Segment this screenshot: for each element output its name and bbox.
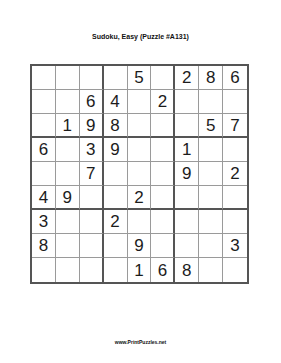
cell-r2c6[interactable]: 2 [151,90,175,114]
cell-r9c4[interactable] [104,258,128,282]
cell-r3c4[interactable]: 8 [104,114,128,138]
cell-r2c8[interactable] [199,90,223,114]
cell-r3c9[interactable]: 7 [223,114,247,138]
cell-r2c2[interactable] [56,90,80,114]
cell-r8c8[interactable] [199,234,223,258]
cell-r6c4[interactable] [104,186,128,210]
cell-r7c2[interactable] [56,210,80,234]
cell-r8c6[interactable] [151,234,175,258]
cell-r6c1[interactable]: 4 [32,186,56,210]
cell-r7c9[interactable] [223,210,247,234]
cell-r4c3[interactable]: 3 [80,138,104,162]
cell-r4c1[interactable]: 6 [32,138,56,162]
cell-r6c9[interactable] [223,186,247,210]
cell-r3c2[interactable]: 1 [56,114,80,138]
cell-r7c3[interactable] [80,210,104,234]
cell-r5c3[interactable]: 7 [80,162,104,186]
cell-r1c8[interactable]: 8 [199,66,223,90]
cell-r2c1[interactable] [32,90,56,114]
cell-r5c7[interactable]: 9 [175,162,199,186]
cell-r9c1[interactable] [32,258,56,282]
cell-r1c5[interactable]: 5 [128,66,152,90]
puzzle-page: Sudoku, Easy (Puzzle #A131) 528664219857… [0,0,281,363]
cell-r4c5[interactable] [128,138,152,162]
cell-r1c7[interactable]: 2 [175,66,199,90]
cell-r8c4[interactable] [104,234,128,258]
sudoku-board: 528664219857639179249232893168 [30,64,249,284]
cell-r5c5[interactable] [128,162,152,186]
cell-r8c1[interactable]: 8 [32,234,56,258]
footer-url: www.PrintPuzzles.net [0,339,281,346]
cell-r5c6[interactable] [151,162,175,186]
cell-r2c4[interactable]: 4 [104,90,128,114]
cell-r1c4[interactable] [104,66,128,90]
cell-r4c6[interactable] [151,138,175,162]
cell-r1c1[interactable] [32,66,56,90]
cell-r6c3[interactable] [80,186,104,210]
cell-r9c7[interactable]: 8 [175,258,199,282]
cell-r3c6[interactable] [151,114,175,138]
cell-r4c4[interactable]: 9 [104,138,128,162]
cell-r8c2[interactable] [56,234,80,258]
cell-r4c8[interactable] [199,138,223,162]
cell-r7c4[interactable]: 2 [104,210,128,234]
cell-r7c8[interactable] [199,210,223,234]
cell-r3c8[interactable]: 5 [199,114,223,138]
cell-r8c9[interactable]: 3 [223,234,247,258]
cell-r9c8[interactable] [199,258,223,282]
cell-r5c8[interactable] [199,162,223,186]
cell-r5c4[interactable] [104,162,128,186]
puzzle-title: Sudoku, Easy (Puzzle #A131) [0,32,281,41]
cell-r9c5[interactable]: 1 [128,258,152,282]
cell-r4c7[interactable]: 1 [175,138,199,162]
cell-r6c2[interactable]: 9 [56,186,80,210]
cell-r5c1[interactable] [32,162,56,186]
cell-r8c3[interactable] [80,234,104,258]
cell-r6c5[interactable]: 2 [128,186,152,210]
cell-r3c7[interactable] [175,114,199,138]
cell-r1c2[interactable] [56,66,80,90]
cell-r8c7[interactable] [175,234,199,258]
cell-r2c9[interactable] [223,90,247,114]
cell-r2c3[interactable]: 6 [80,90,104,114]
cell-r9c6[interactable]: 6 [151,258,175,282]
cell-r5c9[interactable]: 2 [223,162,247,186]
cell-r2c5[interactable] [128,90,152,114]
cell-r2c7[interactable] [175,90,199,114]
cell-r5c2[interactable] [56,162,80,186]
cell-r6c7[interactable] [175,186,199,210]
cell-r9c9[interactable] [223,258,247,282]
cell-r6c8[interactable] [199,186,223,210]
cell-r1c6[interactable] [151,66,175,90]
cell-r9c3[interactable] [80,258,104,282]
cell-r3c1[interactable] [32,114,56,138]
cell-r9c2[interactable] [56,258,80,282]
cell-r1c9[interactable]: 6 [223,66,247,90]
cell-r7c5[interactable] [128,210,152,234]
cell-r7c6[interactable] [151,210,175,234]
cell-r3c5[interactable] [128,114,152,138]
cell-r7c1[interactable]: 3 [32,210,56,234]
cell-r7c7[interactable] [175,210,199,234]
cell-r3c3[interactable]: 9 [80,114,104,138]
cell-r1c3[interactable] [80,66,104,90]
cell-r4c2[interactable] [56,138,80,162]
cell-r8c5[interactable]: 9 [128,234,152,258]
cell-r4c9[interactable] [223,138,247,162]
cell-r6c6[interactable] [151,186,175,210]
